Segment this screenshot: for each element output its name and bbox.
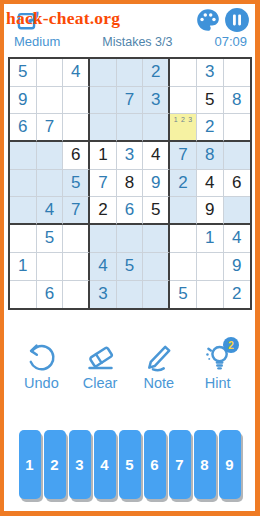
user-digit: 9	[18, 90, 27, 110]
cell-r7c3[interactable]	[63, 225, 90, 253]
number-pad: 123456789	[4, 430, 255, 499]
eraser-icon	[84, 341, 117, 374]
user-digit: 7	[125, 90, 134, 110]
cell-r2c9[interactable]: 8	[224, 87, 251, 115]
user-digit: 1	[18, 256, 27, 276]
cell-r3c5[interactable]	[117, 114, 144, 142]
cell-r7c5[interactable]	[117, 225, 144, 253]
cell-r6c1[interactable]	[10, 197, 37, 225]
cell-r1c3[interactable]: 4	[63, 59, 90, 87]
num-6-button[interactable]: 6	[144, 430, 166, 499]
cell-r4c7[interactable]: 7	[170, 142, 197, 170]
cell-r2c2[interactable]	[37, 87, 64, 115]
given-digit: 2	[98, 200, 107, 220]
given-digit: 4	[151, 145, 160, 165]
cell-r5c1[interactable]	[10, 170, 37, 198]
cell-r1c6[interactable]: 2	[143, 59, 170, 87]
hint-badge: 2	[223, 337, 239, 353]
status-bar: Medium Mistakes 3/3 07:09	[14, 34, 247, 49]
num-2-button[interactable]: 2	[44, 430, 66, 499]
cell-r6c5[interactable]: 6	[117, 197, 144, 225]
cell-r3c2[interactable]: 7	[37, 114, 64, 142]
user-digit: 2	[151, 62, 160, 82]
cell-r8c1[interactable]: 1	[10, 253, 37, 281]
cell-r7c4[interactable]	[90, 225, 117, 253]
user-digit: 9	[232, 256, 241, 276]
user-digit: 6	[125, 200, 134, 220]
cell-r9c2[interactable]: 6	[37, 281, 64, 309]
user-digit: 4	[71, 62, 80, 82]
cell-r5c3[interactable]: 5	[63, 170, 90, 198]
cell-r7c6[interactable]	[143, 225, 170, 253]
cell-r5c5[interactable]: 8	[117, 170, 144, 198]
given-digit: 4	[205, 173, 214, 193]
cell-r4c2[interactable]	[37, 142, 64, 170]
cell-r4c4[interactable]: 1	[90, 142, 117, 170]
cell-r8c2[interactable]	[37, 253, 64, 281]
cell-r2c6[interactable]: 3	[143, 87, 170, 115]
user-digit: 4	[45, 200, 54, 220]
sudoku-board: 5423973586712326134785789246472659514145…	[8, 57, 252, 310]
user-digit: 3	[125, 145, 134, 165]
cell-r6c6[interactable]: 5	[143, 197, 170, 225]
user-digit: 6	[45, 284, 54, 304]
cell-r6c8[interactable]: 9	[197, 197, 224, 225]
cell-r8c6[interactable]	[143, 253, 170, 281]
user-digit: 3	[151, 90, 160, 110]
cell-r8c8[interactable]	[197, 253, 224, 281]
user-digit: 8	[232, 90, 241, 110]
cell-r5c9[interactable]: 6	[224, 170, 251, 198]
num-1-button[interactable]: 1	[19, 430, 41, 499]
given-digit: 1	[98, 145, 107, 165]
given-digit: 6	[232, 173, 241, 193]
cell-r7c7[interactable]	[170, 225, 197, 253]
cell-r4c8[interactable]: 8	[197, 142, 224, 170]
cell-r3c1[interactable]: 6	[10, 114, 37, 142]
cell-r9c8[interactable]	[197, 281, 224, 309]
cell-r2c8[interactable]: 5	[197, 87, 224, 115]
palette-icon	[195, 7, 221, 33]
undo-button[interactable]: Undo	[12, 341, 71, 391]
pencil-notes: 123	[170, 114, 196, 140]
user-digit: 9	[151, 173, 160, 193]
given-digit: 9	[205, 200, 214, 220]
given-digit: 5	[151, 200, 160, 220]
user-digit: 7	[98, 173, 107, 193]
cell-r3c7[interactable]: 123	[170, 114, 197, 142]
num-4-button[interactable]: 4	[94, 430, 116, 499]
user-digit: 2	[178, 173, 187, 193]
user-digit: 5	[178, 284, 187, 304]
num-8-button[interactable]: 8	[194, 430, 216, 499]
cell-r7c2[interactable]: 5	[37, 225, 64, 253]
pause-icon	[224, 7, 250, 33]
cell-r5c7[interactable]: 2	[170, 170, 197, 198]
cell-r7c9[interactable]: 4	[224, 225, 251, 253]
given-digit: 5	[205, 90, 214, 110]
timer-label: 07:09	[214, 34, 247, 49]
undo-icon	[25, 341, 58, 374]
user-digit: 4	[232, 228, 241, 248]
cell-r3c9[interactable]	[224, 114, 251, 142]
user-digit: 5	[45, 228, 54, 248]
note-button[interactable]: Note	[130, 341, 189, 391]
cell-r9c7[interactable]: 5	[170, 281, 197, 309]
cell-r2c5[interactable]: 7	[117, 87, 144, 115]
cell-r1c7[interactable]	[170, 59, 197, 87]
user-digit: 5	[125, 256, 134, 276]
user-digit: 7	[71, 200, 80, 220]
num-7-button[interactable]: 7	[169, 430, 191, 499]
cell-r9c1[interactable]	[10, 281, 37, 309]
cell-r3c4[interactable]	[90, 114, 117, 142]
watermark-text: hack-cheat.org	[6, 8, 120, 29]
cell-r2c1[interactable]: 9	[10, 87, 37, 115]
difficulty-label: Medium	[14, 34, 60, 49]
cell-r6c9[interactable]	[224, 197, 251, 225]
hint-button[interactable]: 2 Hint	[188, 341, 247, 391]
num-9-button[interactable]: 9	[219, 430, 241, 499]
mistakes-label: Mistakes 3/3	[60, 35, 214, 49]
cell-r9c9[interactable]: 2	[224, 281, 251, 309]
cell-r8c5[interactable]: 5	[117, 253, 144, 281]
user-digit: 1	[205, 228, 214, 248]
clear-label: Clear	[83, 375, 118, 391]
cell-r8c3[interactable]	[63, 253, 90, 281]
cell-r5c4[interactable]: 7	[90, 170, 117, 198]
cell-r2c4[interactable]	[90, 87, 117, 115]
pencil-icon	[142, 341, 175, 374]
cell-r1c4[interactable]	[90, 59, 117, 87]
user-digit: 5	[71, 173, 80, 193]
cell-r8c7[interactable]	[170, 253, 197, 281]
pause-button[interactable]	[224, 7, 250, 33]
cell-r9c4[interactable]: 3	[90, 281, 117, 309]
user-digit: 2	[205, 117, 214, 137]
given-digit: 8	[125, 173, 134, 193]
cell-r9c6[interactable]	[143, 281, 170, 309]
cell-r8c9[interactable]: 9	[224, 253, 251, 281]
cell-r9c3[interactable]	[63, 281, 90, 309]
cell-r5c8[interactable]: 4	[197, 170, 224, 198]
num-5-button[interactable]: 5	[119, 430, 141, 499]
num-3-button[interactable]: 3	[69, 430, 91, 499]
cell-r4c9[interactable]	[224, 142, 251, 170]
cell-r1c1[interactable]: 5	[10, 59, 37, 87]
cell-r6c7[interactable]	[170, 197, 197, 225]
user-digit: 5	[18, 62, 27, 82]
cell-r8c4[interactable]: 4	[90, 253, 117, 281]
cell-r4c6[interactable]: 4	[143, 142, 170, 170]
user-digit: 2	[232, 284, 241, 304]
given-digit: 6	[71, 145, 80, 165]
cell-r9c5[interactable]	[117, 281, 144, 309]
cell-r6c4[interactable]: 2	[90, 197, 117, 225]
cell-r4c5[interactable]: 3	[117, 142, 144, 170]
user-digit: 7	[178, 145, 187, 165]
cell-r5c6[interactable]: 9	[143, 170, 170, 198]
cell-r6c2[interactable]: 4	[37, 197, 64, 225]
cell-r2c3[interactable]	[63, 87, 90, 115]
toolbar: Undo Clear Note	[12, 341, 247, 391]
cell-r1c5[interactable]	[117, 59, 144, 87]
user-digit: 3	[205, 62, 214, 82]
undo-label: Undo	[24, 375, 59, 391]
cell-r5c2[interactable]	[37, 170, 64, 198]
hint-label: Hint	[205, 375, 231, 391]
note-label: Note	[144, 375, 175, 391]
cell-r2c7[interactable]	[170, 87, 197, 115]
cell-r1c8[interactable]: 3	[197, 59, 224, 87]
cell-r7c8[interactable]: 1	[197, 225, 224, 253]
clear-button[interactable]: Clear	[71, 341, 130, 391]
user-digit: 7	[45, 117, 54, 137]
cell-r3c6[interactable]	[143, 114, 170, 142]
cell-r1c9[interactable]	[224, 59, 251, 87]
cell-r7c1[interactable]	[10, 225, 37, 253]
user-digit: 3	[98, 284, 107, 304]
user-digit: 8	[205, 145, 214, 165]
user-digit: 4	[98, 256, 107, 276]
cell-r6c3[interactable]: 7	[63, 197, 90, 225]
user-digit: 6	[18, 117, 27, 137]
cell-r1c2[interactable]	[37, 59, 64, 87]
theme-button[interactable]	[195, 7, 221, 33]
sudoku-app-screen: hack-cheat.org	[0, 0, 260, 516]
cell-r4c1[interactable]	[10, 142, 37, 170]
cell-r3c3[interactable]	[63, 114, 90, 142]
cell-r4c3[interactable]: 6	[63, 142, 90, 170]
cell-r3c8[interactable]: 2	[197, 114, 224, 142]
